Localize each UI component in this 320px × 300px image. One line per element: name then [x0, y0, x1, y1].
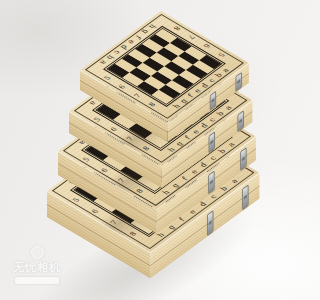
- latch-clasp: [208, 171, 214, 195]
- watermark-ribbon: [15, 277, 59, 284]
- latch-clasp: [207, 210, 213, 236]
- photo-watermark: 无忧相机: [8, 246, 66, 284]
- latch-clasp: [210, 91, 216, 111]
- latch-clasp: [242, 185, 248, 211]
- latch-clasp: [240, 147, 246, 171]
- watermark-text: 无忧相机: [8, 260, 66, 275]
- latch-clasp: [236, 72, 242, 92]
- latch-clasp: [209, 131, 215, 153]
- latch-clasp: [238, 110, 244, 132]
- watermark-emblem-icon: [31, 246, 44, 259]
